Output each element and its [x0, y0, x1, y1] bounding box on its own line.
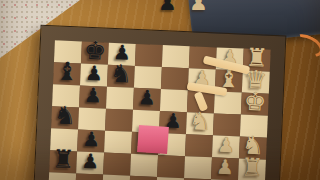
piece-white-knight: ♞: [188, 108, 211, 134]
square-d8: ♞: [51, 106, 79, 129]
piece-black-pawn: ♟: [138, 87, 157, 108]
square-d6: [105, 109, 133, 132]
square-e3: [185, 134, 213, 157]
sticky-note: [137, 125, 169, 154]
piece-black-pawn: ♟: [84, 85, 103, 106]
piece-white-rook: ♜: [240, 155, 263, 180]
square-g3: [183, 178, 211, 180]
piece-black-king: ♚: [83, 38, 106, 64]
square-g5: [129, 176, 157, 180]
square-f8: ♜: [49, 150, 77, 173]
chess-board: ♚♟♟♜♝♟♞♟♝♛♟♟♚♞♟♞♟♟♞♜♟♟♜: [32, 25, 287, 180]
square-g6: [102, 175, 130, 180]
board-grid: ♚♟♟♜♝♟♞♟♝♛♟♟♚♞♟♞♟♟♞♜♟♟♜: [47, 40, 270, 180]
piece-black-knight: ♞: [53, 102, 76, 128]
square-f6: [103, 153, 131, 176]
square-g7: [75, 173, 103, 180]
square-g2: [210, 179, 238, 180]
square-a5: [135, 44, 163, 67]
square-a4: [162, 45, 190, 68]
square-f5: [130, 154, 158, 177]
square-g4: [156, 177, 184, 180]
square-c7: ♟: [79, 86, 107, 109]
piece-black-pawn: ♟: [81, 151, 100, 172]
square-b6: ♞: [107, 65, 135, 88]
piece-black-rook: ♜: [52, 146, 75, 172]
captured-black-pawn: ♟: [158, 0, 177, 14]
square-d3: ♞: [186, 112, 214, 135]
piece-black-knight: ♞: [109, 61, 132, 87]
piece-white-pawn: ♟: [217, 135, 236, 156]
square-c1: ♚: [241, 93, 269, 116]
captured-white-pawn: ♟: [189, 0, 208, 14]
square-b8: ♝: [53, 62, 81, 85]
square-f1: ♜: [238, 159, 266, 180]
square-f3: [184, 156, 212, 179]
square-b4: [161, 67, 189, 90]
square-f2: ♟: [211, 157, 239, 180]
square-f7: ♟: [76, 151, 104, 174]
square-e6: [104, 131, 132, 154]
piece-black-bishop: ♝: [55, 58, 78, 84]
piece-black-pawn: ♟: [85, 63, 104, 84]
piece-white-king: ♚: [243, 89, 266, 115]
piece-black-pawn: ♟: [82, 129, 101, 150]
square-c6: [106, 87, 134, 110]
table-surface: ♚♟♟♜♝♟♞♟♝♛♟♟♚♞♟♞♟♟♞♜♟♟♜ ♟♟: [0, 0, 320, 180]
square-f4: [157, 155, 185, 178]
square-c5: ♟: [133, 88, 161, 111]
piece-white-pawn: ♟: [216, 157, 235, 178]
